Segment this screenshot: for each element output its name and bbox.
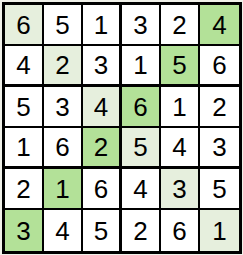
cell-r2c6[interactable]: 6 — [200, 46, 239, 87]
cell-r1c4[interactable]: 3 — [122, 5, 161, 46]
cell-r5c6[interactable]: 5 — [200, 169, 239, 210]
cell-r5c4[interactable]: 4 — [122, 169, 161, 210]
cell-r6c1[interactable]: 3 — [5, 210, 44, 251]
cell-r4c3[interactable]: 2 — [83, 128, 122, 169]
cell-r1c2[interactable]: 5 — [44, 5, 83, 46]
cell-r2c3[interactable]: 3 — [83, 46, 122, 87]
cell-r4c6[interactable]: 3 — [200, 128, 239, 169]
cell-r1c3[interactable]: 1 — [83, 5, 122, 46]
cell-r3c2[interactable]: 3 — [44, 87, 83, 128]
cell-r2c5[interactable]: 5 — [161, 46, 200, 87]
cell-r5c1[interactable]: 2 — [5, 169, 44, 210]
cell-r3c1[interactable]: 5 — [5, 87, 44, 128]
cell-r1c5[interactable]: 2 — [161, 5, 200, 46]
cell-r2c4[interactable]: 1 — [122, 46, 161, 87]
cell-r5c2[interactable]: 1 — [44, 169, 83, 210]
cell-r6c3[interactable]: 5 — [83, 210, 122, 251]
cell-r6c2[interactable]: 4 — [44, 210, 83, 251]
page-background: 651324423156534612162543216435345261 — [0, 0, 243, 255]
cell-r4c1[interactable]: 1 — [5, 128, 44, 169]
cell-r5c3[interactable]: 6 — [83, 169, 122, 210]
cell-r5c5[interactable]: 3 — [161, 169, 200, 210]
cell-r6c6[interactable]: 1 — [200, 210, 239, 251]
cell-r1c6[interactable]: 4 — [200, 5, 239, 46]
cell-r3c3[interactable]: 4 — [83, 87, 122, 128]
cell-r4c4[interactable]: 5 — [122, 128, 161, 169]
cell-r1c1[interactable]: 6 — [5, 5, 44, 46]
cell-r4c2[interactable]: 6 — [44, 128, 83, 169]
cell-r2c2[interactable]: 2 — [44, 46, 83, 87]
cell-r3c4[interactable]: 6 — [122, 87, 161, 128]
cell-r3c5[interactable]: 1 — [161, 87, 200, 128]
cell-r2c1[interactable]: 4 — [5, 46, 44, 87]
sudoku-board: 651324423156534612162543216435345261 — [2, 2, 242, 254]
cell-r6c4[interactable]: 2 — [122, 210, 161, 251]
cell-r4c5[interactable]: 4 — [161, 128, 200, 169]
cell-r3c6[interactable]: 2 — [200, 87, 239, 128]
cell-r6c5[interactable]: 6 — [161, 210, 200, 251]
